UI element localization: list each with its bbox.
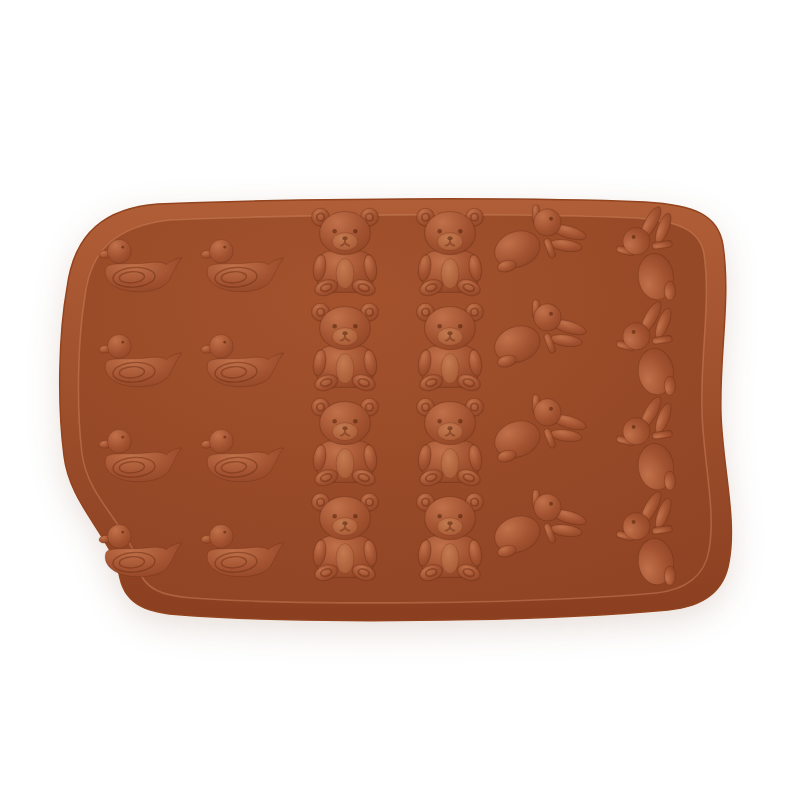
product-photo: [0, 0, 800, 800]
mold-illustration: [0, 0, 800, 800]
